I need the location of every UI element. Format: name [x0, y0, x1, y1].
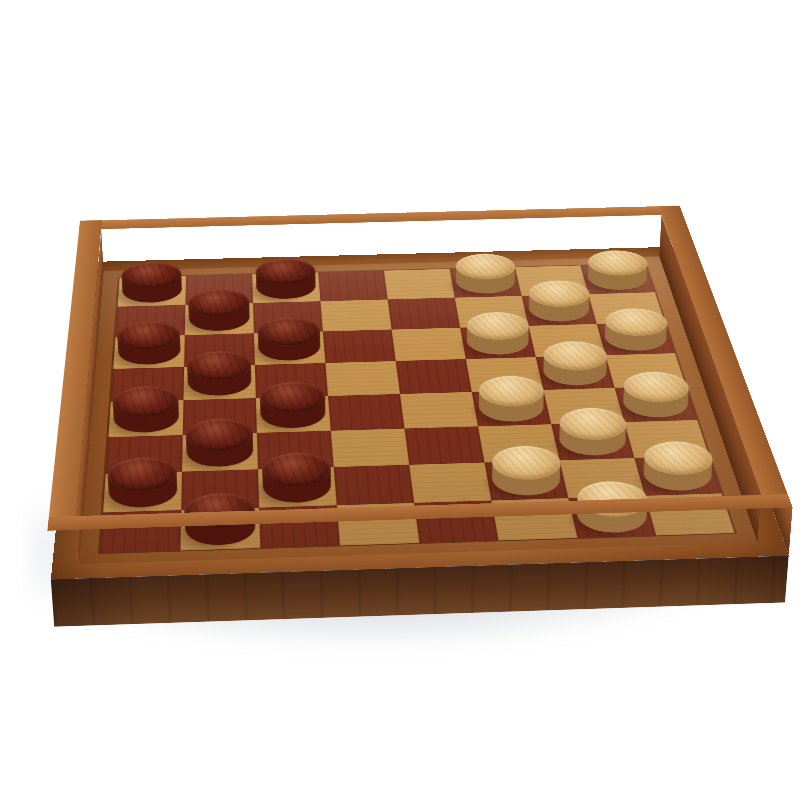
dark-checker-r7c1[interactable]: [108, 474, 178, 510]
dark-checker-r3c1[interactable]: [117, 337, 181, 367]
dark-checker-r4c2[interactable]: [188, 367, 252, 398]
checkers-board: [51, 247, 789, 580]
dark-checker-r1c3[interactable]: [256, 274, 317, 301]
dark-checker-r6c2[interactable]: [186, 435, 253, 469]
light-checker-r7c6[interactable]: [489, 462, 563, 498]
light-checker-r1c6[interactable]: [453, 269, 517, 296]
light-checker-r1c8[interactable]: [584, 265, 650, 292]
light-checker-r3c8[interactable]: [601, 324, 671, 353]
light-checker-r7c8[interactable]: [639, 458, 716, 494]
dark-checker-r2c2[interactable]: [189, 305, 250, 334]
tray-back-rim: [79, 206, 683, 230]
dark-checker-r3c3[interactable]: [258, 333, 322, 363]
dark-checker-r1c1[interactable]: [122, 278, 183, 305]
light-checker-r5c6[interactable]: [476, 392, 547, 424]
scene: [0, 0, 800, 800]
dark-checker-r5c1[interactable]: [113, 402, 180, 435]
light-checker-r2c7[interactable]: [526, 296, 593, 324]
dark-checker-r5c3[interactable]: [260, 398, 327, 431]
light-checker-r4c7[interactable]: [540, 357, 610, 388]
light-checker-r6c7[interactable]: [556, 424, 630, 458]
light-checker-r3c6[interactable]: [464, 328, 531, 358]
light-checker-r5c8[interactable]: [619, 388, 692, 420]
dark-checker-r7c3[interactable]: [262, 469, 332, 505]
